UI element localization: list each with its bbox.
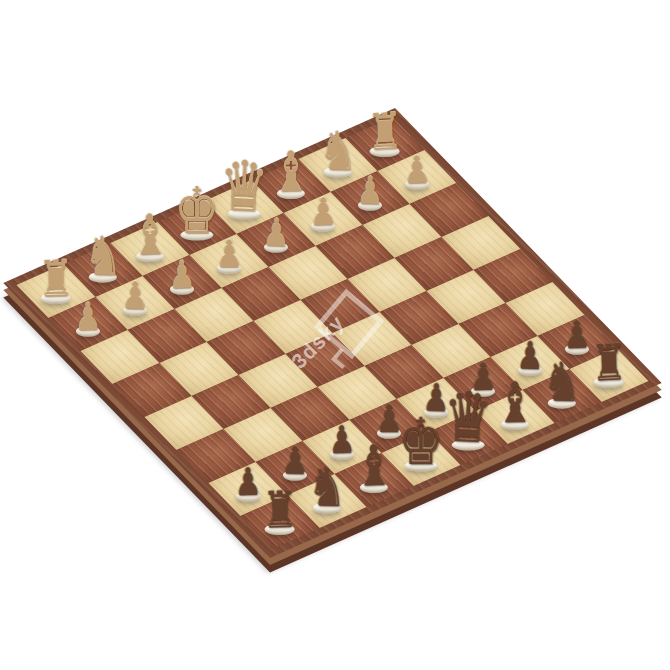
white-pawn-glyph: ♟ — [309, 197, 336, 229]
pieces-layer: ♜♞♝♛♚♝♞♜♟♟♟♟♟♟♟♟♟♟♟♟♟♟♟♟♜♞♝♛♚♝♞♜ — [0, 0, 670, 670]
black-king-e8[interactable]: ♚ — [392, 416, 449, 472]
white-pawn-g2[interactable]: ♟ — [118, 281, 152, 316]
black-bishop-glyph: ♝ — [495, 380, 535, 427]
white-king-glyph: ♚ — [175, 185, 220, 237]
white-pawn-e2[interactable]: ♟ — [212, 239, 246, 274]
white-pawn-f2[interactable]: ♟ — [165, 260, 199, 295]
white-knight-b1[interactable]: ♞ — [314, 130, 362, 178]
white-pawn-h2[interactable]: ♟ — [71, 302, 105, 337]
white-knight-glyph: ♞ — [84, 234, 122, 279]
white-rook-h1[interactable]: ♜ — [34, 259, 79, 304]
black-bishop-f8[interactable]: ♝ — [349, 443, 399, 493]
black-rook-a8[interactable]: ♜ — [587, 343, 632, 388]
black-rook-glyph: ♜ — [262, 490, 298, 532]
white-bishop-glyph: ♝ — [130, 211, 170, 259]
black-knight-b8[interactable]: ♞ — [538, 361, 586, 409]
black-knight-glyph: ♞ — [543, 360, 581, 405]
white-pawn-glyph: ♟ — [356, 176, 383, 208]
white-bishop-glyph: ♝ — [271, 149, 311, 196]
black-king-glyph: ♚ — [399, 416, 444, 468]
black-queen-glyph: ♛ — [443, 389, 493, 449]
white-pawn-c2[interactable]: ♟ — [306, 197, 340, 232]
white-pawn-glyph: ♟ — [121, 281, 148, 313]
white-rook-a1[interactable]: ♜ — [363, 112, 408, 157]
white-pawn-d2[interactable]: ♟ — [259, 218, 293, 253]
white-pawn-glyph: ♟ — [74, 302, 101, 334]
chessboard-scene: ♜♞♝♛♚♝♞♜♟♟♟♟♟♟♟♟♟♟♟♟♟♟♟♟♜♞♝♛♚♝♞♜ 3dsky — [0, 0, 670, 670]
white-pawn-glyph: ♟ — [262, 217, 289, 249]
white-rook-glyph: ♜ — [38, 259, 74, 301]
black-bishop-glyph: ♝ — [354, 442, 394, 490]
black-knight-glyph: ♞ — [308, 465, 346, 510]
white-knight-g1[interactable]: ♞ — [79, 235, 127, 283]
white-pawn-a2[interactable]: ♟ — [400, 155, 434, 190]
white-pawn-b2[interactable]: ♟ — [353, 176, 387, 211]
black-rook-glyph: ♜ — [591, 342, 627, 385]
white-rook-glyph: ♜ — [367, 111, 403, 154]
black-rook-h8[interactable]: ♜ — [258, 490, 303, 535]
black-knight-g8[interactable]: ♞ — [303, 466, 351, 514]
white-knight-glyph: ♞ — [319, 129, 357, 174]
white-pawn-glyph: ♟ — [216, 239, 243, 270]
white-pawn-glyph: ♟ — [168, 259, 195, 291]
white-pawn-glyph: ♟ — [403, 154, 430, 186]
white-queen-glyph: ♛ — [219, 158, 269, 218]
